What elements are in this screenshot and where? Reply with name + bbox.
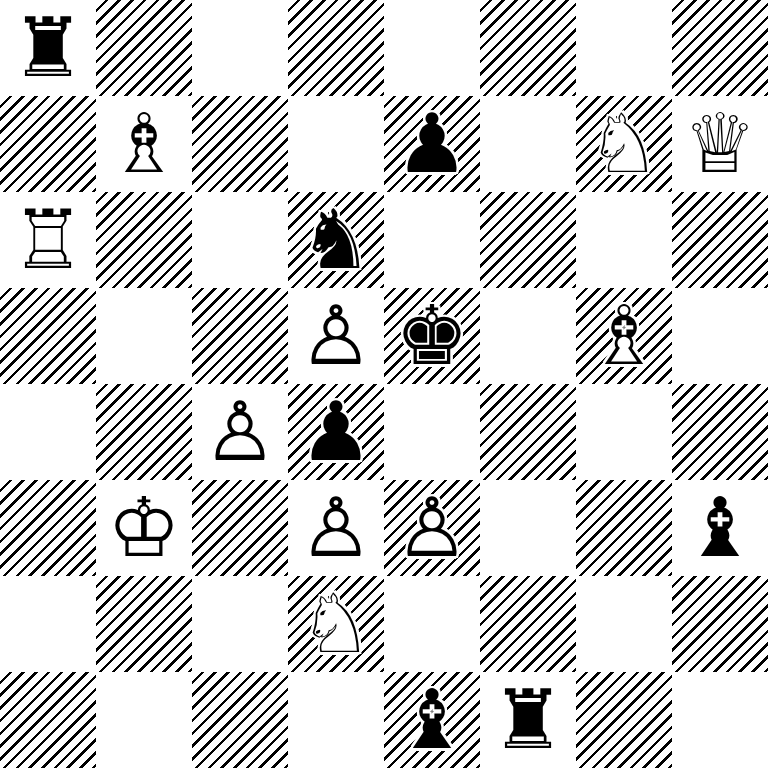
square-d7[interactable] [288,96,384,192]
square-f8[interactable] [480,0,576,96]
square-f3[interactable] [480,480,576,576]
piece-black-pawn[interactable]: ♟♟ [384,96,480,192]
piece-black-rook[interactable]: ♜♜ [480,672,576,768]
chess-board: ♜♜♝♗♟♟♞♘♛♕♜♖♞♞♟♙♚♚♝♗♟♙♟♟♚♔♟♙♟♙♝♝♞♘♝♝♜♜ [0,0,768,768]
square-e1[interactable]: ♝♝ [384,672,480,768]
square-e4[interactable] [384,384,480,480]
square-e7[interactable]: ♟♟ [384,96,480,192]
rook-glyph: ♜ [480,672,576,768]
square-f4[interactable] [480,384,576,480]
queen-glyph: ♕ [672,96,768,192]
square-e8[interactable] [384,0,480,96]
square-d2[interactable]: ♞♘ [288,576,384,672]
square-c7[interactable] [192,96,288,192]
piece-white-bishop[interactable]: ♝♗ [96,96,192,192]
knight-glyph: ♘ [576,96,672,192]
rook-glyph: ♜ [0,0,96,96]
square-h6[interactable] [672,192,768,288]
piece-white-pawn[interactable]: ♟♙ [192,384,288,480]
square-a5[interactable] [0,288,96,384]
bishop-glyph: ♗ [96,96,192,192]
square-a6[interactable]: ♜♖ [0,192,96,288]
square-h2[interactable] [672,576,768,672]
piece-black-bishop[interactable]: ♝♝ [672,480,768,576]
piece-white-rook[interactable]: ♜♖ [0,192,96,288]
square-a7[interactable] [0,96,96,192]
square-h3[interactable]: ♝♝ [672,480,768,576]
square-b7[interactable]: ♝♗ [96,96,192,192]
square-g6[interactable] [576,192,672,288]
square-b6[interactable] [96,192,192,288]
piece-white-king[interactable]: ♚♔ [96,480,192,576]
bishop-glyph: ♝ [384,672,480,768]
pawn-glyph: ♙ [288,480,384,576]
piece-black-bishop[interactable]: ♝♝ [384,672,480,768]
piece-black-rook[interactable]: ♜♜ [0,0,96,96]
square-h7[interactable]: ♛♕ [672,96,768,192]
piece-white-pawn[interactable]: ♟♙ [288,480,384,576]
square-b8[interactable] [96,0,192,96]
square-a8[interactable]: ♜♜ [0,0,96,96]
square-c6[interactable] [192,192,288,288]
square-c8[interactable] [192,0,288,96]
rook-glyph: ♖ [0,192,96,288]
square-c3[interactable] [192,480,288,576]
square-a1[interactable] [0,672,96,768]
square-g7[interactable]: ♞♘ [576,96,672,192]
square-a2[interactable] [0,576,96,672]
square-e3[interactable]: ♟♙ [384,480,480,576]
square-e6[interactable] [384,192,480,288]
square-c2[interactable] [192,576,288,672]
square-f7[interactable] [480,96,576,192]
square-g1[interactable] [576,672,672,768]
square-d1[interactable] [288,672,384,768]
square-a4[interactable] [0,384,96,480]
square-d4[interactable]: ♟♟ [288,384,384,480]
square-b1[interactable] [96,672,192,768]
square-f5[interactable] [480,288,576,384]
square-b3[interactable]: ♚♔ [96,480,192,576]
pawn-glyph: ♙ [192,384,288,480]
piece-black-pawn[interactable]: ♟♟ [288,384,384,480]
square-g3[interactable] [576,480,672,576]
piece-black-knight[interactable]: ♞♞ [288,192,384,288]
square-g2[interactable] [576,576,672,672]
square-d8[interactable] [288,0,384,96]
square-g5[interactable]: ♝♗ [576,288,672,384]
pawn-glyph: ♟ [288,384,384,480]
knight-glyph: ♘ [288,576,384,672]
square-f2[interactable] [480,576,576,672]
piece-white-bishop[interactable]: ♝♗ [576,288,672,384]
square-f1[interactable]: ♜♜ [480,672,576,768]
piece-white-queen[interactable]: ♛♕ [672,96,768,192]
square-f6[interactable] [480,192,576,288]
pawn-glyph: ♙ [288,288,384,384]
square-d5[interactable]: ♟♙ [288,288,384,384]
square-g4[interactable] [576,384,672,480]
pawn-glyph: ♙ [384,480,480,576]
king-glyph: ♚ [384,288,480,384]
bishop-glyph: ♝ [672,480,768,576]
bishop-glyph: ♗ [576,288,672,384]
square-b2[interactable] [96,576,192,672]
square-e5[interactable]: ♚♚ [384,288,480,384]
square-g8[interactable] [576,0,672,96]
knight-glyph: ♞ [288,192,384,288]
king-glyph: ♔ [96,480,192,576]
square-c4[interactable]: ♟♙ [192,384,288,480]
square-h1[interactable] [672,672,768,768]
square-c1[interactable] [192,672,288,768]
square-h5[interactable] [672,288,768,384]
square-a3[interactable] [0,480,96,576]
piece-white-pawn[interactable]: ♟♙ [384,480,480,576]
square-b5[interactable] [96,288,192,384]
square-b4[interactable] [96,384,192,480]
square-d6[interactable]: ♞♞ [288,192,384,288]
pawn-glyph: ♟ [384,96,480,192]
square-e2[interactable] [384,576,480,672]
square-d3[interactable]: ♟♙ [288,480,384,576]
square-h8[interactable] [672,0,768,96]
square-h4[interactable] [672,384,768,480]
piece-black-king[interactable]: ♚♚ [384,288,480,384]
square-c5[interactable] [192,288,288,384]
piece-white-pawn[interactable]: ♟♙ [288,288,384,384]
piece-white-knight[interactable]: ♞♘ [288,576,384,672]
piece-white-knight[interactable]: ♞♘ [576,96,672,192]
